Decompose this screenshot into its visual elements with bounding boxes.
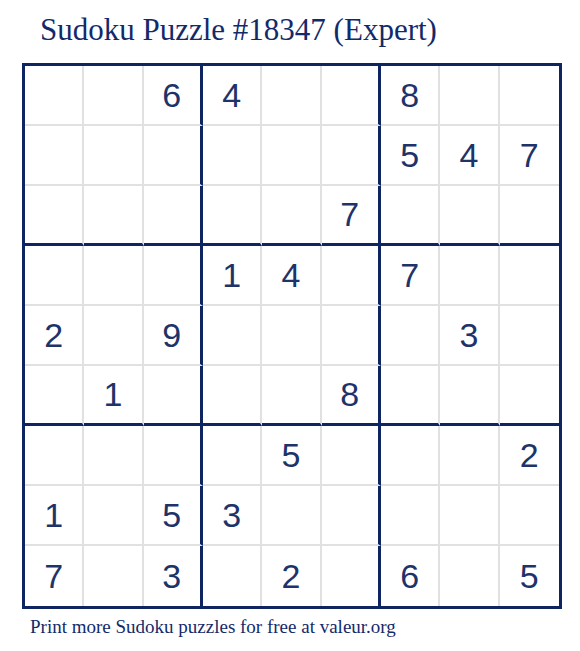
cell-r4c5[interactable]: 4 [262, 246, 321, 306]
cell-r9c7[interactable]: 6 [381, 546, 440, 606]
cell-r4c1[interactable] [25, 246, 84, 306]
cell-r3c4[interactable] [203, 186, 262, 246]
cell-r6c8[interactable] [440, 366, 499, 426]
cell-r2c2[interactable] [84, 126, 143, 186]
cell-r5c3[interactable]: 9 [144, 306, 203, 366]
cell-r9c6[interactable] [322, 546, 381, 606]
cell-r8c2[interactable] [84, 486, 143, 546]
cell-r2c6[interactable] [322, 126, 381, 186]
cell-r2c1[interactable] [25, 126, 84, 186]
cell-r3c3[interactable] [144, 186, 203, 246]
cell-r1c5[interactable] [262, 66, 321, 126]
cell-r8c8[interactable] [440, 486, 499, 546]
cell-r2c7[interactable]: 5 [381, 126, 440, 186]
cell-r9c4[interactable] [203, 546, 262, 606]
cell-r1c9[interactable] [500, 66, 559, 126]
cell-r2c5[interactable] [262, 126, 321, 186]
cell-r4c3[interactable] [144, 246, 203, 306]
cell-r5c8[interactable]: 3 [440, 306, 499, 366]
cell-r8c9[interactable] [500, 486, 559, 546]
cell-r5c5[interactable] [262, 306, 321, 366]
cell-r5c4[interactable] [203, 306, 262, 366]
cell-r9c5[interactable]: 2 [262, 546, 321, 606]
cell-r9c2[interactable] [84, 546, 143, 606]
cell-r3c7[interactable] [381, 186, 440, 246]
cell-r9c1[interactable]: 7 [25, 546, 84, 606]
cell-r8c7[interactable] [381, 486, 440, 546]
cell-r7c3[interactable] [144, 426, 203, 486]
cell-r8c4[interactable]: 3 [203, 486, 262, 546]
cell-r6c9[interactable] [500, 366, 559, 426]
cell-r6c6[interactable]: 8 [322, 366, 381, 426]
cell-r3c6[interactable]: 7 [322, 186, 381, 246]
cell-r1c3[interactable]: 6 [144, 66, 203, 126]
cell-r7c8[interactable] [440, 426, 499, 486]
cell-r3c8[interactable] [440, 186, 499, 246]
cell-r7c7[interactable] [381, 426, 440, 486]
cell-r7c2[interactable] [84, 426, 143, 486]
cell-r2c3[interactable] [144, 126, 203, 186]
page-title: Sudoku Puzzle #18347 (Expert) [40, 12, 437, 48]
cell-r5c1[interactable]: 2 [25, 306, 84, 366]
cell-r6c1[interactable] [25, 366, 84, 426]
cell-r6c2[interactable]: 1 [84, 366, 143, 426]
cell-r2c8[interactable]: 4 [440, 126, 499, 186]
cell-r8c1[interactable]: 1 [25, 486, 84, 546]
cell-r4c4[interactable]: 1 [203, 246, 262, 306]
cell-r4c6[interactable] [322, 246, 381, 306]
cell-r6c5[interactable] [262, 366, 321, 426]
cell-r4c7[interactable]: 7 [381, 246, 440, 306]
cell-r1c6[interactable] [322, 66, 381, 126]
cell-r8c5[interactable] [262, 486, 321, 546]
cell-r6c7[interactable] [381, 366, 440, 426]
cell-r1c8[interactable] [440, 66, 499, 126]
sudoku-grid: 6485477147293185215373265 [22, 63, 562, 609]
cell-r7c5[interactable]: 5 [262, 426, 321, 486]
cell-r1c7[interactable]: 8 [381, 66, 440, 126]
cell-r9c3[interactable]: 3 [144, 546, 203, 606]
cell-r1c1[interactable] [25, 66, 84, 126]
cell-r9c9[interactable]: 5 [500, 546, 559, 606]
cell-r6c3[interactable] [144, 366, 203, 426]
cell-r8c3[interactable]: 5 [144, 486, 203, 546]
cell-r1c2[interactable] [84, 66, 143, 126]
cell-r3c2[interactable] [84, 186, 143, 246]
cell-r3c1[interactable] [25, 186, 84, 246]
cell-r6c4[interactable] [203, 366, 262, 426]
cell-r3c5[interactable] [262, 186, 321, 246]
cell-r9c8[interactable] [440, 546, 499, 606]
footer-text: Print more Sudoku puzzles for free at va… [30, 616, 396, 638]
cell-r5c2[interactable] [84, 306, 143, 366]
cell-r1c4[interactable]: 4 [203, 66, 262, 126]
cell-r5c9[interactable] [500, 306, 559, 366]
cell-r2c4[interactable] [203, 126, 262, 186]
cell-r5c7[interactable] [381, 306, 440, 366]
cell-r3c9[interactable] [500, 186, 559, 246]
cell-r7c9[interactable]: 2 [500, 426, 559, 486]
cell-r4c2[interactable] [84, 246, 143, 306]
cell-r2c9[interactable]: 7 [500, 126, 559, 186]
cell-r7c1[interactable] [25, 426, 84, 486]
cell-r4c8[interactable] [440, 246, 499, 306]
cell-r5c6[interactable] [322, 306, 381, 366]
cell-r4c9[interactable] [500, 246, 559, 306]
cell-r7c6[interactable] [322, 426, 381, 486]
cell-r7c4[interactable] [203, 426, 262, 486]
cell-r8c6[interactable] [322, 486, 381, 546]
